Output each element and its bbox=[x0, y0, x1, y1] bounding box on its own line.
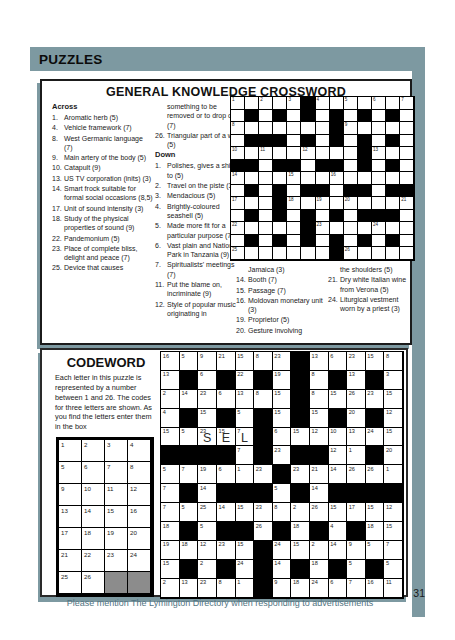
codeword-cell[interactable]: 15 bbox=[161, 560, 180, 579]
crossword-cell[interactable] bbox=[273, 97, 287, 110]
crossword-cell[interactable]: 12 bbox=[301, 147, 315, 160]
codeword-cell[interactable]: 13 bbox=[236, 390, 255, 409]
codeword-cell[interactable]: 15 bbox=[236, 352, 255, 371]
crossword-cell[interactable] bbox=[316, 135, 330, 148]
codeword-cell[interactable]: 6 bbox=[198, 371, 217, 390]
clue-number bbox=[155, 102, 167, 130]
codeword-cell[interactable]: 5 bbox=[161, 465, 180, 484]
crossword-cell[interactable] bbox=[344, 235, 358, 248]
crossword-cell[interactable] bbox=[400, 110, 414, 123]
crossword-cell[interactable] bbox=[386, 147, 400, 160]
codeword-cell[interactable]: 26 bbox=[254, 522, 273, 541]
codeword-cell[interactable]: 23 bbox=[198, 579, 217, 598]
crossword-cell[interactable] bbox=[344, 160, 358, 173]
codeword-cell[interactable]: 6 bbox=[217, 390, 236, 409]
clue-item: the shoulders (5) bbox=[328, 265, 412, 274]
codeword-cell-code: 13 bbox=[349, 371, 355, 377]
tracker-cell[interactable]: 19 bbox=[105, 528, 128, 550]
crossword-cell[interactable]: 4 bbox=[316, 97, 330, 110]
crossword-cell[interactable] bbox=[287, 247, 301, 260]
codeword-cell[interactable]: 25 bbox=[198, 503, 217, 522]
tracker-cell[interactable]: 6 bbox=[82, 462, 105, 484]
codeword-cell[interactable]: 2 bbox=[198, 560, 217, 579]
codeword-cell[interactable]: 15 bbox=[384, 522, 403, 541]
crossword-black-cell bbox=[358, 185, 372, 198]
codeword-cell-code: 15 bbox=[293, 428, 299, 434]
crossword-cell[interactable] bbox=[386, 172, 400, 185]
crossword-cell[interactable] bbox=[386, 122, 400, 135]
crossword-cell[interactable] bbox=[287, 222, 301, 235]
crossword-cell[interactable]: 1 bbox=[231, 97, 245, 110]
codeword-cell[interactable]: 8 bbox=[310, 371, 329, 390]
codeword-cell-code: 1 bbox=[349, 447, 352, 453]
codeword-cell[interactable]: 8 bbox=[384, 352, 403, 371]
crossword-cell[interactable] bbox=[400, 222, 414, 235]
tracker-cell[interactable]: 25 bbox=[59, 572, 82, 594]
codeword-cell[interactable]: 18 bbox=[180, 541, 199, 560]
crossword-cell[interactable] bbox=[301, 122, 315, 135]
tracker-cell[interactable]: 10 bbox=[82, 484, 105, 506]
tracker-cell[interactable]: 4 bbox=[128, 440, 151, 462]
crossword-cell[interactable]: 11 bbox=[259, 147, 273, 160]
tracker-cell-number: 9 bbox=[61, 485, 64, 492]
crossword-cell[interactable] bbox=[259, 110, 273, 123]
crossword-cell[interactable] bbox=[259, 197, 273, 210]
crossword-cell[interactable] bbox=[372, 185, 386, 198]
codeword-cell[interactable]: 18 bbox=[291, 522, 310, 541]
codeword-cell[interactable]: 26 bbox=[366, 465, 385, 484]
crossword-cell[interactable]: 3 bbox=[287, 97, 301, 110]
crossword-cell[interactable] bbox=[245, 247, 259, 260]
crossword-cell[interactable] bbox=[273, 247, 287, 260]
tracker-cell[interactable]: 14 bbox=[82, 506, 105, 528]
codeword-cell[interactable]: 20 bbox=[347, 409, 366, 428]
crossword-cell[interactable] bbox=[316, 235, 330, 248]
codeword-cell[interactable]: 23S bbox=[198, 428, 217, 447]
codeword-cell[interactable]: 4 bbox=[329, 522, 348, 541]
codeword-cell[interactable]: 14 bbox=[217, 503, 236, 522]
codeword-cell[interactable]: 23 bbox=[347, 352, 366, 371]
codeword-cell[interactable]: 8 bbox=[254, 390, 273, 409]
crossword-cell[interactable] bbox=[330, 147, 344, 160]
crossword-cell[interactable] bbox=[245, 147, 259, 160]
codeword-cell[interactable]: 15 bbox=[273, 390, 292, 409]
codeword-cell[interactable]: 16 bbox=[366, 579, 385, 598]
crossword-cell[interactable] bbox=[386, 247, 400, 260]
crossword-cell[interactable]: 17 bbox=[231, 197, 245, 210]
crossword-cell[interactable] bbox=[287, 135, 301, 148]
tracker-cell[interactable]: 7 bbox=[105, 462, 128, 484]
crossword-cell[interactable] bbox=[400, 160, 414, 173]
codeword-cell[interactable]: 5 bbox=[198, 522, 217, 541]
crossword-cell[interactable] bbox=[287, 147, 301, 160]
codeword-cell[interactable]: 15 bbox=[161, 428, 180, 447]
tracker-cell[interactable]: 20 bbox=[128, 528, 151, 550]
crossword-cell[interactable] bbox=[372, 122, 386, 135]
codeword-cell[interactable]: 15 bbox=[366, 352, 385, 371]
crossword-cell[interactable] bbox=[372, 110, 386, 123]
tracker-cell[interactable]: 23 bbox=[105, 550, 128, 572]
crossword-cell[interactable] bbox=[344, 222, 358, 235]
crossword-cell[interactable] bbox=[316, 122, 330, 135]
codeword-cell[interactable]: 5 bbox=[180, 352, 199, 371]
codeword-cell[interactable]: 7 bbox=[347, 579, 366, 598]
crossword-cell[interactable] bbox=[231, 210, 245, 223]
codeword-cell[interactable]: 2 bbox=[161, 390, 180, 409]
crossword-cell[interactable] bbox=[245, 97, 259, 110]
tracker-cell[interactable]: 1 bbox=[59, 440, 82, 462]
codeword-cell[interactable]: 1 bbox=[236, 579, 255, 598]
crossword-cell[interactable] bbox=[259, 160, 273, 173]
codeword-cell[interactable]: 12 bbox=[384, 409, 403, 428]
codeword-cell[interactable]: 7 bbox=[161, 484, 180, 503]
codeword-cell[interactable]: 12 bbox=[310, 428, 329, 447]
codeword-cell[interactable]: 17 bbox=[347, 503, 366, 522]
crossword-cell[interactable] bbox=[330, 197, 344, 210]
crossword-cell-number: 5 bbox=[345, 97, 348, 103]
crossword-cell[interactable] bbox=[245, 222, 259, 235]
codeword-cell[interactable]: 23 bbox=[366, 390, 385, 409]
codeword-cell[interactable]: 8 bbox=[310, 390, 329, 409]
codeword-cell[interactable]: 12 bbox=[384, 503, 403, 522]
crossword-cell[interactable] bbox=[400, 210, 414, 223]
crossword-cell[interactable] bbox=[316, 172, 330, 185]
codeword-cell[interactable]: 13 bbox=[180, 579, 199, 598]
codeword-cell[interactable]: 15 bbox=[310, 409, 329, 428]
codeword-cell[interactable]: 18 bbox=[161, 522, 180, 541]
codeword-cell[interactable]: 5 bbox=[273, 484, 292, 503]
codeword-cell[interactable]: 15 bbox=[329, 503, 348, 522]
crossword-cell[interactable] bbox=[330, 97, 344, 110]
crossword-cell[interactable]: 9 bbox=[344, 122, 358, 135]
codeword-cell[interactable]: 12 bbox=[198, 541, 217, 560]
tracker-cell[interactable]: 9 bbox=[59, 484, 82, 506]
crossword-cell[interactable]: 13 bbox=[372, 147, 386, 160]
codeword-cell[interactable]: 15 bbox=[236, 541, 255, 560]
codeword-cell[interactable]: 13 bbox=[347, 428, 366, 447]
clue-number: 4. bbox=[155, 202, 167, 221]
codeword-cell[interactable]: 8 bbox=[273, 503, 292, 522]
codeword-cell[interactable]: 14 bbox=[198, 484, 217, 503]
crossword-cell[interactable] bbox=[358, 222, 372, 235]
crossword-cell[interactable] bbox=[400, 235, 414, 248]
codeword-cell[interactable]: 26 bbox=[347, 390, 366, 409]
crossword-cell[interactable] bbox=[400, 247, 414, 260]
codeword-cell[interactable]: 24 bbox=[236, 560, 255, 579]
crossword-cell[interactable]: 24 bbox=[372, 222, 386, 235]
crossword-cell[interactable] bbox=[301, 197, 315, 210]
crossword-cell[interactable]: 22 bbox=[231, 222, 245, 235]
crossword-cell-number: 15 bbox=[288, 172, 293, 178]
crossword-cell[interactable] bbox=[245, 172, 259, 185]
codeword-cell[interactable]: 23 bbox=[254, 465, 273, 484]
tracker-cell-number: 16 bbox=[130, 507, 137, 514]
crossword-cell[interactable] bbox=[259, 222, 273, 235]
crossword-cell[interactable] bbox=[287, 185, 301, 198]
tracker-cell[interactable]: 5 bbox=[59, 462, 82, 484]
codeword-cell[interactable]: 6 bbox=[329, 579, 348, 598]
crossword-cell-number: 6 bbox=[373, 97, 376, 103]
crossword-cell[interactable] bbox=[259, 247, 273, 260]
tracker-cell[interactable]: 15 bbox=[105, 506, 128, 528]
crossword-cell[interactable] bbox=[344, 147, 358, 160]
crossword-cell[interactable] bbox=[259, 172, 273, 185]
crossword-cell[interactable] bbox=[273, 122, 287, 135]
crossword-cell[interactable] bbox=[372, 160, 386, 173]
codeword-cell[interactable]: 23 bbox=[254, 503, 273, 522]
crossword-cell[interactable] bbox=[372, 135, 386, 148]
codeword-cell[interactable]: 23 bbox=[273, 352, 292, 371]
crossword-cell[interactable] bbox=[259, 185, 273, 198]
crossword-cell[interactable]: 23 bbox=[316, 222, 330, 235]
codeword-cell[interactable]: 20 bbox=[384, 446, 403, 465]
codeword-cell[interactable]: 5 bbox=[180, 428, 199, 447]
tracker-cell[interactable]: 22 bbox=[82, 550, 105, 572]
codeword-cell[interactable]: 6 bbox=[329, 352, 348, 371]
codeword-cell[interactable]: 5 bbox=[347, 560, 366, 579]
tracker-cell[interactable]: 24 bbox=[128, 550, 151, 572]
crossword-cell[interactable] bbox=[344, 210, 358, 223]
crossword-cell[interactable] bbox=[400, 147, 414, 160]
codeword-cell[interactable]: 7 bbox=[161, 503, 180, 522]
codeword-cell-code: 17 bbox=[349, 504, 355, 510]
codeword-cell[interactable]: 19 bbox=[161, 541, 180, 560]
crossword-cell[interactable]: 5 bbox=[344, 97, 358, 110]
crossword-cell[interactable] bbox=[259, 235, 273, 248]
codeword-cell[interactable]: 15 bbox=[198, 409, 217, 428]
tracker-cell[interactable]: 26 bbox=[82, 572, 105, 594]
codeword-cell[interactable]: 15 bbox=[273, 409, 292, 428]
codeword-cell[interactable]: 24 bbox=[366, 428, 385, 447]
codeword-cell[interactable]: 9 bbox=[198, 352, 217, 371]
codeword-cell-code: 23 bbox=[367, 390, 373, 396]
codeword-cell[interactable]: 11 bbox=[384, 579, 403, 598]
tracker-cell[interactable]: 2 bbox=[82, 440, 105, 462]
codeword-cell[interactable]: 2 bbox=[291, 503, 310, 522]
crossword-cell[interactable]: 21 bbox=[400, 197, 414, 210]
crossword-black-cell bbox=[386, 210, 400, 223]
codeword-cell[interactable]: 16 bbox=[161, 352, 180, 371]
codeword-cell[interactable]: 19 bbox=[198, 465, 217, 484]
codeword-cell[interactable]: 24 bbox=[273, 541, 292, 560]
codeword-cell-code: 7 bbox=[386, 541, 389, 547]
codeword-cell-code: 18 bbox=[367, 523, 373, 529]
codeword-cell[interactable]: 15 bbox=[384, 390, 403, 409]
crossword-cell[interactable] bbox=[287, 210, 301, 223]
crossword-cell[interactable]: 2 bbox=[259, 97, 273, 110]
crossword-cell[interactable]: 18 bbox=[287, 197, 301, 210]
crossword-cell[interactable] bbox=[231, 110, 245, 123]
crossword-cell[interactable] bbox=[301, 172, 315, 185]
codeword-cell[interactable]: 15 bbox=[329, 390, 348, 409]
codeword-cell[interactable]: 23 bbox=[198, 390, 217, 409]
codeword-cell[interactable]: 10 bbox=[329, 428, 348, 447]
codeword-cell[interactable]: 5 bbox=[180, 503, 199, 522]
codeword-cell[interactable]: 18 bbox=[366, 522, 385, 541]
crossword-cell[interactable] bbox=[231, 135, 245, 148]
crossword-cell[interactable] bbox=[273, 222, 287, 235]
crossword-cell[interactable] bbox=[386, 97, 400, 110]
crossword-cell[interactable] bbox=[400, 122, 414, 135]
crossword-cell[interactable]: 20 bbox=[344, 197, 358, 210]
codeword-black-cell bbox=[254, 446, 273, 465]
crossword-cell[interactable] bbox=[372, 172, 386, 185]
codeword-cell-code: 15 bbox=[386, 428, 392, 434]
crossword-cell[interactable] bbox=[330, 185, 344, 198]
tracker-cell[interactable]: 8 bbox=[128, 462, 151, 484]
codeword-cell[interactable]: 13 bbox=[161, 371, 180, 390]
tracker-cell-number: 11 bbox=[107, 485, 113, 492]
codeword-cell[interactable]: 19 bbox=[273, 371, 292, 390]
codeword-cell[interactable]: 7 bbox=[180, 465, 199, 484]
codeword-cell[interactable]: 15 bbox=[291, 428, 310, 447]
crossword-cell[interactable]: 26 bbox=[344, 247, 358, 260]
crossword-cell[interactable] bbox=[372, 247, 386, 260]
crossword-cell[interactable] bbox=[358, 97, 372, 110]
crossword-cell[interactable] bbox=[344, 172, 358, 185]
codeword-cell[interactable]: 15 bbox=[384, 428, 403, 447]
crossword-cell[interactable] bbox=[287, 110, 301, 123]
clue-item: 14.Booth (7) bbox=[236, 275, 326, 284]
codeword-cell[interactable]: 23 bbox=[273, 446, 292, 465]
codeword-cell[interactable]: 7L bbox=[236, 428, 255, 447]
crossword-cell[interactable]: 15 bbox=[287, 172, 301, 185]
codeword-cell[interactable]: 2 bbox=[310, 541, 329, 560]
codeword-cell[interactable]: 23 bbox=[291, 465, 310, 484]
codeword-cell[interactable]: 22 bbox=[236, 371, 255, 390]
codeword-cell[interactable]: 7 bbox=[236, 446, 255, 465]
crossword-cell[interactable] bbox=[245, 197, 259, 210]
tracker-cell[interactable]: 3 bbox=[105, 440, 128, 462]
codeword-cell[interactable]: 15 bbox=[236, 503, 255, 522]
crossword-cell[interactable] bbox=[344, 110, 358, 123]
codeword-cell[interactable]: 2 bbox=[161, 579, 180, 598]
codeword-cell[interactable]: 5 bbox=[384, 560, 403, 579]
codeword-cell[interactable]: 21 bbox=[217, 352, 236, 371]
crossword-cell[interactable] bbox=[259, 122, 273, 135]
codeword-cell[interactable]: 14 bbox=[180, 390, 199, 409]
crossword-cell[interactable] bbox=[245, 122, 259, 135]
crossword-cell[interactable] bbox=[372, 235, 386, 248]
codeword-cell[interactable]: 15 bbox=[291, 541, 310, 560]
crossword-cell[interactable] bbox=[386, 197, 400, 210]
crossword-cell[interactable] bbox=[231, 185, 245, 198]
codeword-cell[interactable]: 23 bbox=[217, 541, 236, 560]
codeword-cell[interactable]: 26 bbox=[310, 503, 329, 522]
crossword-cell[interactable] bbox=[372, 197, 386, 210]
codeword-cell[interactable]: 6 bbox=[273, 428, 292, 447]
codeword-cell[interactable]: 14 bbox=[329, 465, 348, 484]
tracker-cell[interactable]: 12 bbox=[128, 484, 151, 506]
codeword-cell[interactable]: 7 bbox=[384, 541, 403, 560]
crossword-cell[interactable]: 19 bbox=[316, 197, 330, 210]
tracker-cell[interactable]: 13 bbox=[59, 506, 82, 528]
codeword-cell[interactable]: 13 bbox=[310, 352, 329, 371]
codeword-cell[interactable]: 1 bbox=[236, 465, 255, 484]
crossword-cell[interactable] bbox=[231, 235, 245, 248]
crossword-cell[interactable] bbox=[358, 122, 372, 135]
codeword-cell[interactable]: 1 bbox=[384, 465, 403, 484]
codeword-cell[interactable]: 4 bbox=[161, 409, 180, 428]
codeword-cell[interactable]: 15E bbox=[217, 428, 236, 447]
codeword-cell[interactable]: 1 bbox=[347, 446, 366, 465]
tracker-cell[interactable]: 11 bbox=[105, 484, 128, 506]
crossword-cell[interactable] bbox=[358, 247, 372, 260]
crossword-cell[interactable] bbox=[358, 172, 372, 185]
crossword-cell[interactable] bbox=[316, 247, 330, 260]
crossword-cell[interactable]: 14 bbox=[231, 172, 245, 185]
codeword-cell[interactable]: 14 bbox=[329, 541, 348, 560]
crossword-cell[interactable] bbox=[386, 222, 400, 235]
codeword-black-cell bbox=[384, 484, 403, 503]
codeword-cell[interactable]: 14 bbox=[310, 484, 329, 503]
codeword-cell[interactable]: 18 bbox=[310, 560, 329, 579]
codeword-cell[interactable]: 12 bbox=[329, 446, 348, 465]
crossword-cell[interactable] bbox=[273, 147, 287, 160]
crossword-cell[interactable] bbox=[358, 197, 372, 210]
codeword-black-cell bbox=[180, 371, 199, 390]
clue-item: 24.Liturgical vestment worn by a priest … bbox=[328, 295, 412, 314]
tracker-cell[interactable]: 21 bbox=[59, 550, 82, 572]
codeword-cell[interactable]: 14 bbox=[273, 560, 292, 579]
crossword-cell[interactable] bbox=[400, 172, 414, 185]
codeword-cell[interactable]: 13 bbox=[347, 371, 366, 390]
crossword-cell[interactable] bbox=[400, 135, 414, 148]
codeword-cell[interactable]: 8 bbox=[217, 579, 236, 598]
crossword-cell[interactable] bbox=[330, 222, 344, 235]
crossword-cell[interactable] bbox=[316, 110, 330, 123]
codeword-cell[interactable]: 8 bbox=[254, 352, 273, 371]
codeword-cell[interactable]: 21 bbox=[310, 465, 329, 484]
crossword-cell[interactable] bbox=[287, 122, 301, 135]
clue-text: Main artery of the body (5) bbox=[64, 153, 153, 162]
crossword-cell[interactable]: 10 bbox=[231, 147, 245, 160]
codeword-cell[interactable]: 9 bbox=[347, 541, 366, 560]
codeword-cell[interactable]: 3 bbox=[384, 371, 403, 390]
crossword-cell[interactable] bbox=[344, 135, 358, 148]
codeword-cell[interactable]: 9 bbox=[273, 579, 292, 598]
codeword-cell[interactable]: 26 bbox=[347, 465, 366, 484]
crossword-cell[interactable] bbox=[273, 172, 287, 185]
crossword-cell[interactable]: 7 bbox=[400, 97, 414, 110]
codeword-cell[interactable]: 6 bbox=[217, 465, 236, 484]
crossword-cell[interactable] bbox=[287, 235, 301, 248]
codeword-cell[interactable]: 5 bbox=[236, 409, 255, 428]
tracker-cell-number: 8 bbox=[130, 463, 133, 470]
codeword-cell[interactable]: 24 bbox=[310, 579, 329, 598]
crossword-cell[interactable]: 16 bbox=[330, 172, 344, 185]
crossword-cell[interactable] bbox=[259, 210, 273, 223]
crossword-cell[interactable]: 6 bbox=[372, 97, 386, 110]
crossword-cell[interactable] bbox=[301, 247, 315, 260]
crossword-cell[interactable] bbox=[316, 147, 330, 160]
codeword-cell[interactable]: 5 bbox=[366, 541, 385, 560]
crossword-cell[interactable]: 25 bbox=[231, 247, 245, 260]
crossword-cell[interactable]: 8 bbox=[231, 122, 245, 135]
tracker-cell[interactable]: 16 bbox=[128, 506, 151, 528]
crossword-cell[interactable] bbox=[316, 210, 330, 223]
codeword-black-cell bbox=[291, 371, 310, 390]
tracker-cell[interactable]: 18 bbox=[82, 528, 105, 550]
codeword-cell[interactable]: 18 bbox=[291, 579, 310, 598]
tracker-cell[interactable]: 17 bbox=[59, 528, 82, 550]
codeword-cell[interactable]: 15 bbox=[366, 503, 385, 522]
crossword-black-cell bbox=[386, 135, 400, 148]
crossword-black-cell bbox=[358, 210, 372, 223]
crossword-cell[interactable] bbox=[301, 160, 315, 173]
clue-number: 2. bbox=[155, 181, 167, 190]
codeword-cell-code: 20 bbox=[386, 447, 392, 453]
